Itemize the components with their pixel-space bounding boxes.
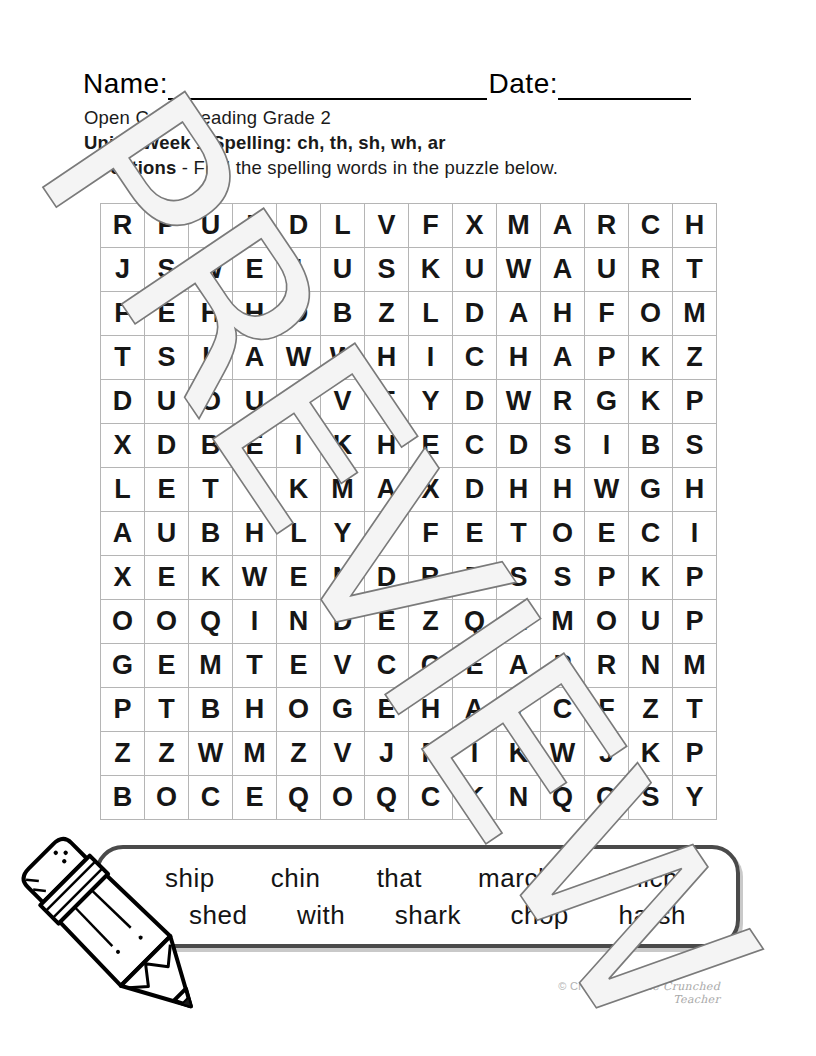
grid-cell: Q (189, 600, 233, 644)
directions-label: Directions (84, 157, 176, 178)
copyright-text: © Created by (558, 980, 630, 992)
grid-cell: X (101, 556, 145, 600)
grid-cell: G (585, 380, 629, 424)
grid-cell: K (629, 556, 673, 600)
grid-cell: W (497, 248, 541, 292)
grid-cell: I (233, 600, 277, 644)
worksheet-subtitle: Open Court Reading Grade 2 (84, 107, 331, 129)
grid-cell: H (233, 512, 277, 556)
word-bank-row2: shedwithsharkchopharsh (189, 900, 686, 931)
grid-cell: D (365, 556, 409, 600)
grid-cell: E (233, 248, 277, 292)
grid-cell: A (365, 468, 409, 512)
grid-cell: Z (365, 292, 409, 336)
grid-cell: B (629, 424, 673, 468)
grid-cell: J (585, 732, 629, 776)
grid-cell: P (101, 688, 145, 732)
grid-cell: I (673, 512, 717, 556)
grid-cell: A (541, 248, 585, 292)
grid-cell: R (453, 556, 497, 600)
grid-cell: L (409, 292, 453, 336)
grid-cell: M (673, 644, 717, 688)
grid-cell: E (585, 512, 629, 556)
word-bank-row1: shipchinthatmarchwhich (165, 863, 678, 894)
word-bank-word: march (478, 863, 553, 894)
grid-cell: H (673, 468, 717, 512)
grid-cell: H (541, 468, 585, 512)
grid-cell: E (233, 776, 277, 820)
grid-cell: E (277, 556, 321, 600)
grid-cell: F (585, 292, 629, 336)
grid-cell: F (409, 512, 453, 556)
grid-cell: A (497, 292, 541, 336)
grid-cell: D (497, 424, 541, 468)
word-bank-word: with (297, 900, 345, 931)
grid-cell: W (277, 336, 321, 380)
grid-cell: P (409, 732, 453, 776)
grid-cell: Y (409, 380, 453, 424)
grid-cell: S (365, 248, 409, 292)
grid-cell: H (409, 688, 453, 732)
grid-cell: J (101, 248, 145, 292)
grid-cell: Q (541, 776, 585, 820)
grid-cell: B (101, 776, 145, 820)
grid-cell: U (629, 600, 673, 644)
grid-cell: Z (409, 600, 453, 644)
grid-cell: R (277, 380, 321, 424)
grid-cell: D (277, 292, 321, 336)
word-search-grid: RPUZDLVFXMARCHJSWEIUSKUWAURTFEHHDBZLDAHF… (100, 203, 717, 820)
grid-cell: S (541, 556, 585, 600)
grid-cell: O (145, 776, 189, 820)
grid-cell: P (541, 644, 585, 688)
grid-cell: Z (145, 732, 189, 776)
grid-cell: D (145, 424, 189, 468)
grid-cell: K (497, 732, 541, 776)
grid-cell: M (233, 732, 277, 776)
grid-cell: W (541, 732, 585, 776)
grid-cell: W (321, 336, 365, 380)
grid-cell: X (101, 424, 145, 468)
word-bank-word: chin (271, 863, 321, 894)
grid-cell: B (189, 424, 233, 468)
grid-cell: A (497, 644, 541, 688)
grid-cell: E (409, 424, 453, 468)
grid-cell: E (453, 512, 497, 556)
grid-cell: P (145, 204, 189, 248)
grid-cell: V (321, 644, 365, 688)
grid-cell: P (673, 556, 717, 600)
worksheet-unit-line: Unit 1 Week 1 Spelling: ch, th, sh, wh, … (84, 132, 446, 154)
grid-cell: T (673, 248, 717, 292)
grid-cell: A (541, 204, 585, 248)
grid-cell: E (145, 468, 189, 512)
grid-cell: A (233, 336, 277, 380)
grid-cell: W (233, 556, 277, 600)
grid-cell: O (101, 600, 145, 644)
grid-cell: H (365, 336, 409, 380)
grid-cell: O (277, 688, 321, 732)
grid-cell: V (233, 468, 277, 512)
grid-cell: W (585, 468, 629, 512)
grid-cell: N (321, 556, 365, 600)
grid-cell: Z (101, 732, 145, 776)
grid-cell: O (585, 776, 629, 820)
grid-cell: R (101, 204, 145, 248)
grid-cell: U (585, 248, 629, 292)
grid-cell: O (145, 600, 189, 644)
grid-cell: E (145, 644, 189, 688)
grid-cell: M (497, 204, 541, 248)
grid-cell: C (409, 644, 453, 688)
grid-cell: H (673, 204, 717, 248)
grid-cell: O (629, 292, 673, 336)
grid-cell: C (365, 644, 409, 688)
grid-cell: S (629, 776, 673, 820)
grid-cell: P (673, 380, 717, 424)
grid-cell: E (145, 292, 189, 336)
grid-cell: I (453, 732, 497, 776)
grid-cell: S (497, 556, 541, 600)
grid-cell: C (453, 336, 497, 380)
grid-cell: U (233, 380, 277, 424)
grid-cell: X (453, 204, 497, 248)
grid-cell: S (541, 424, 585, 468)
grid-cell: J (365, 732, 409, 776)
grid-cell: D (321, 600, 365, 644)
grid-cell: M (673, 292, 717, 336)
grid-cell: A (101, 512, 145, 556)
grid-cell: K (321, 424, 365, 468)
grid-cell: O (321, 776, 365, 820)
grid-cell: E (145, 556, 189, 600)
grid-cell: K (629, 380, 673, 424)
grid-cell: F (409, 204, 453, 248)
grid-cell: T (365, 512, 409, 556)
word-bank: shipchinthatmarchwhich shedwithsharkchop… (95, 845, 740, 948)
grid-cell: C (189, 776, 233, 820)
grid-cell: D (101, 380, 145, 424)
grid-cell: I (585, 424, 629, 468)
grid-cell: Q (453, 600, 497, 644)
grid-cell: L (101, 468, 145, 512)
grid-cell: O (585, 600, 629, 644)
grid-cell: Z (277, 732, 321, 776)
grid-cell: E (233, 424, 277, 468)
word-bank-word: which (609, 863, 678, 894)
grid-cell: B (189, 688, 233, 732)
grid-cell: T (189, 468, 233, 512)
directions-text: - Find the spelling words in the puzzle … (176, 157, 558, 178)
grid-cell: Y (321, 512, 365, 556)
grid-cell: K (629, 336, 673, 380)
grid-cell: I (409, 336, 453, 380)
name-label: Name: (83, 68, 168, 100)
grid-cell: G (321, 688, 365, 732)
grid-cell: K (629, 732, 673, 776)
grid-cell: A (453, 688, 497, 732)
grid-cell: W (189, 248, 233, 292)
grid-cell: N (277, 600, 321, 644)
grid-cell: T (145, 688, 189, 732)
grid-cell: E (365, 688, 409, 732)
grid-cell: U (453, 248, 497, 292)
grid-cell: Z (629, 688, 673, 732)
name-blank-line (168, 68, 487, 100)
grid-cell: T (365, 380, 409, 424)
grid-cell: U (145, 512, 189, 556)
grid-cell: C (629, 512, 673, 556)
date-blank-line (558, 68, 691, 100)
grid-cell: S (145, 336, 189, 380)
grid-cell: P (673, 732, 717, 776)
brand-name: Time Crunched Teacher (630, 980, 720, 1006)
grid-cell: K (453, 776, 497, 820)
word-bank-word: that (377, 863, 422, 894)
grid-cell: N (497, 776, 541, 820)
grid-cell: X (409, 468, 453, 512)
grid-cell: S (145, 248, 189, 292)
grid-cell: C (453, 424, 497, 468)
grid-cell: Q (365, 776, 409, 820)
grid-cell: P (673, 600, 717, 644)
grid-cell: H (497, 468, 541, 512)
grid-cell: H (365, 424, 409, 468)
grid-cell: H (233, 688, 277, 732)
footer-credit: © Created by Time Crunched Teacher (520, 980, 720, 1006)
grid-cell: B (321, 292, 365, 336)
grid-cell: T (673, 688, 717, 732)
grid-cell: R (541, 380, 585, 424)
word-bank-word: shark (395, 900, 461, 931)
grid-cell: B (409, 556, 453, 600)
grid-cell: U (189, 204, 233, 248)
worksheet-page: Name: Date: Open Court Reading Grade 2 U… (0, 0, 816, 1056)
grid-cell: H (497, 336, 541, 380)
grid-cell: D (453, 380, 497, 424)
worksheet-directions: Directions - Find the spelling words in … (84, 157, 558, 179)
grid-cell: I (277, 424, 321, 468)
grid-cell: S (673, 424, 717, 468)
grid-cell: C (409, 776, 453, 820)
grid-cell: G (629, 468, 673, 512)
grid-cell: F (101, 292, 145, 336)
grid-cell: T (497, 512, 541, 556)
grid-cell: N (629, 644, 673, 688)
grid-cell: H (497, 600, 541, 644)
grid-cell: L (321, 204, 365, 248)
grid-cell: R (585, 204, 629, 248)
grid-cell: D (453, 468, 497, 512)
grid-cell: B (189, 512, 233, 556)
grid-cell: E (277, 644, 321, 688)
grid-cell: E (453, 644, 497, 688)
grid-cell: W (189, 732, 233, 776)
grid-cell: V (365, 204, 409, 248)
word-bank-word: chop (510, 900, 568, 931)
grid-cell: K (277, 468, 321, 512)
grid-cell: Y (673, 776, 717, 820)
grid-cell: V (321, 380, 365, 424)
grid-cell: Q (277, 776, 321, 820)
grid-cell: A (541, 336, 585, 380)
grid-cell: Z (673, 336, 717, 380)
grid-cell: W (497, 380, 541, 424)
grid-cell: U (321, 248, 365, 292)
grid-cell: L (277, 512, 321, 556)
grid-cell: M (321, 468, 365, 512)
grid-cell: R (585, 644, 629, 688)
word-bank-word: harsh (618, 900, 686, 931)
grid-cell: T (497, 688, 541, 732)
grid-cell: D (277, 204, 321, 248)
grid-cell: T (101, 336, 145, 380)
name-date-row: Name: Date: (83, 68, 691, 100)
grid-cell: G (101, 644, 145, 688)
grid-cell: C (629, 204, 673, 248)
grid-cell: K (409, 248, 453, 292)
grid-cell: H (233, 292, 277, 336)
word-bank-word: shed (189, 900, 247, 931)
grid-cell: D (453, 292, 497, 336)
grid-cell: H (541, 292, 585, 336)
grid-cell: P (585, 336, 629, 380)
grid-cell: M (189, 644, 233, 688)
word-bank-word: ship (165, 863, 215, 894)
grid-cell: C (541, 688, 585, 732)
grid-cell: Z (233, 204, 277, 248)
grid-cell: K (189, 556, 233, 600)
date-label: Date: (489, 68, 558, 100)
grid-cell: P (585, 556, 629, 600)
grid-cell: L (189, 336, 233, 380)
grid-cell: U (145, 380, 189, 424)
grid-cell: V (321, 732, 365, 776)
grid-cell: T (233, 644, 277, 688)
grid-cell: F (585, 688, 629, 732)
grid-cell: M (541, 600, 585, 644)
grid-cell: H (189, 292, 233, 336)
grid-cell: I (277, 248, 321, 292)
grid-cell: E (365, 600, 409, 644)
grid-cell: O (189, 380, 233, 424)
grid-cell: O (541, 512, 585, 556)
grid-cell: R (629, 248, 673, 292)
